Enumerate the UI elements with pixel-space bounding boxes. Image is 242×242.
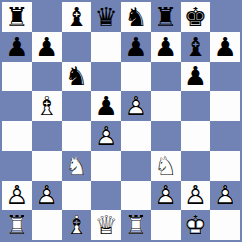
black-pawn-icon[interactable]: ♟: [211, 33, 239, 61]
square-g8[interactable]: ♚: [181, 2, 211, 32]
piece-glyph-layer: ♟: [3, 33, 31, 61]
white-pawn-icon[interactable]: ♟♙: [181, 181, 209, 209]
piece-glyph-layer: ♟: [122, 33, 150, 61]
square-d1[interactable]: ♛♕: [91, 210, 121, 240]
square-g6[interactable]: ♟: [181, 62, 211, 92]
white-pawn-icon[interactable]: ♟♙: [211, 181, 239, 209]
square-e3[interactable]: [121, 151, 151, 181]
square-c4[interactable]: [62, 121, 92, 151]
piece-glyph-layer: ♟: [211, 33, 239, 61]
piece-glyph-layer: ♞: [62, 62, 90, 90]
square-b2[interactable]: ♟♙: [32, 181, 62, 211]
white-rook-icon[interactable]: ♜♖: [122, 211, 150, 239]
chess-board: ♜♝♛♞♜♚♟♟♟♟♝♟♞♟♝♗♟♟♙♟♙♞♘♞♘♟♙♟♙♟♙♟♙♟♙♜♖♝♗♛…: [0, 0, 242, 242]
piece-glyph-layer: ♟: [181, 62, 209, 90]
square-a3[interactable]: [2, 151, 32, 181]
square-d2[interactable]: [91, 181, 121, 211]
square-b6[interactable]: [32, 62, 62, 92]
square-b7[interactable]: ♟: [32, 32, 62, 62]
square-e6[interactable]: [121, 62, 151, 92]
piece-glyph-layer: ♞: [122, 3, 150, 31]
square-e2[interactable]: [121, 181, 151, 211]
square-f1[interactable]: [151, 210, 181, 240]
square-a5[interactable]: [2, 91, 32, 121]
piece-glyph-layer: ♜: [3, 3, 31, 31]
black-pawn-icon[interactable]: ♟: [181, 62, 209, 90]
black-king-icon[interactable]: ♚: [181, 3, 209, 31]
piece-outline-layer: ♖: [122, 211, 150, 239]
black-bishop-icon[interactable]: ♝: [62, 3, 90, 31]
piece-glyph-layer: ♝: [181, 33, 209, 61]
square-a6[interactable]: [2, 62, 32, 92]
white-pawn-icon[interactable]: ♟♙: [152, 181, 180, 209]
piece-outline-layer: ♙: [152, 181, 180, 209]
square-g1[interactable]: ♚♔: [181, 210, 211, 240]
square-c2[interactable]: [62, 181, 92, 211]
square-a7[interactable]: ♟: [2, 32, 32, 62]
black-pawn-icon[interactable]: ♟: [3, 33, 31, 61]
square-e5[interactable]: ♟♙: [121, 91, 151, 121]
square-c8[interactable]: ♝: [62, 2, 92, 32]
square-g3[interactable]: [181, 151, 211, 181]
piece-outline-layer: ♙: [181, 181, 209, 209]
piece-outline-layer: ♘: [152, 152, 180, 180]
piece-outline-layer: ♙: [3, 181, 31, 209]
square-c6[interactable]: ♞: [62, 62, 92, 92]
square-f7[interactable]: ♟: [151, 32, 181, 62]
square-d7[interactable]: [91, 32, 121, 62]
piece-outline-layer: ♗: [33, 92, 61, 120]
square-f8[interactable]: ♜: [151, 2, 181, 32]
piece-glyph-layer: ♝: [62, 3, 90, 31]
square-b4[interactable]: [32, 121, 62, 151]
square-c5[interactable]: [62, 91, 92, 121]
white-pawn-icon[interactable]: ♟♙: [33, 181, 61, 209]
square-e8[interactable]: ♞: [121, 2, 151, 32]
piece-outline-layer: ♔: [181, 211, 209, 239]
piece-outline-layer: ♕: [92, 211, 120, 239]
piece-outline-layer: ♙: [211, 181, 239, 209]
black-pawn-icon[interactable]: ♟: [92, 92, 120, 120]
square-f3[interactable]: ♞♘: [151, 151, 181, 181]
square-d8[interactable]: ♛: [91, 2, 121, 32]
piece-glyph-layer: ♚: [181, 3, 209, 31]
square-d6[interactable]: [91, 62, 121, 92]
square-d5[interactable]: ♟: [91, 91, 121, 121]
square-h8[interactable]: [210, 2, 240, 32]
piece-outline-layer: ♙: [33, 181, 61, 209]
black-rook-icon[interactable]: ♜: [152, 3, 180, 31]
square-d4[interactable]: ♟♙: [91, 121, 121, 151]
piece-glyph-layer: ♛: [92, 3, 120, 31]
piece-glyph-layer: ♟: [152, 33, 180, 61]
square-a8[interactable]: ♜: [2, 2, 32, 32]
square-h4[interactable]: [210, 121, 240, 151]
square-c7[interactable]: [62, 32, 92, 62]
piece-glyph-layer: ♟: [92, 92, 120, 120]
white-rook-icon[interactable]: ♜♖: [3, 211, 31, 239]
white-bishop-icon[interactable]: ♝♗: [33, 92, 61, 120]
white-pawn-icon[interactable]: ♟♙: [92, 122, 120, 150]
black-queen-icon[interactable]: ♛: [92, 3, 120, 31]
piece-outline-layer: ♖: [3, 211, 31, 239]
black-bishop-icon[interactable]: ♝: [181, 33, 209, 61]
black-pawn-icon[interactable]: ♟: [152, 33, 180, 61]
square-h3[interactable]: [210, 151, 240, 181]
square-b3[interactable]: [32, 151, 62, 181]
square-f2[interactable]: ♟♙: [151, 181, 181, 211]
square-e7[interactable]: ♟: [121, 32, 151, 62]
square-b1[interactable]: [32, 210, 62, 240]
square-c1[interactable]: ♝♗: [62, 210, 92, 240]
square-a2[interactable]: ♟♙: [2, 181, 32, 211]
white-knight-icon[interactable]: ♞♘: [152, 152, 180, 180]
black-knight-icon[interactable]: ♞: [122, 3, 150, 31]
piece-outline-layer: ♙: [122, 92, 150, 120]
piece-outline-layer: ♙: [92, 122, 120, 150]
square-g7[interactable]: ♝: [181, 32, 211, 62]
square-e1[interactable]: ♜♖: [121, 210, 151, 240]
square-g5[interactable]: [181, 91, 211, 121]
square-e4[interactable]: [121, 121, 151, 151]
square-g2[interactable]: ♟♙: [181, 181, 211, 211]
square-h7[interactable]: ♟: [210, 32, 240, 62]
square-f4[interactable]: [151, 121, 181, 151]
square-d3[interactable]: [91, 151, 121, 181]
square-b5[interactable]: ♝♗: [32, 91, 62, 121]
black-pawn-icon[interactable]: ♟: [33, 33, 61, 61]
white-pawn-icon[interactable]: ♟♙: [3, 181, 31, 209]
square-h1[interactable]: [210, 210, 240, 240]
black-pawn-icon[interactable]: ♟: [122, 33, 150, 61]
square-a4[interactable]: [2, 121, 32, 151]
square-f6[interactable]: [151, 62, 181, 92]
white-queen-icon[interactable]: ♛♕: [92, 211, 120, 239]
piece-glyph-layer: ♜: [152, 3, 180, 31]
white-king-icon[interactable]: ♚♔: [181, 211, 209, 239]
square-g4[interactable]: [181, 121, 211, 151]
square-c3[interactable]: ♞♘: [62, 151, 92, 181]
piece-outline-layer: ♗: [62, 211, 90, 239]
square-h6[interactable]: [210, 62, 240, 92]
white-pawn-icon[interactable]: ♟♙: [122, 92, 150, 120]
square-b8[interactable]: [32, 2, 62, 32]
square-f5[interactable]: [151, 91, 181, 121]
piece-outline-layer: ♘: [62, 152, 90, 180]
white-knight-icon[interactable]: ♞♘: [62, 152, 90, 180]
black-knight-icon[interactable]: ♞: [62, 62, 90, 90]
square-h5[interactable]: [210, 91, 240, 121]
square-a1[interactable]: ♜♖: [2, 210, 32, 240]
square-h2[interactable]: ♟♙: [210, 181, 240, 211]
black-rook-icon[interactable]: ♜: [3, 3, 31, 31]
piece-glyph-layer: ♟: [33, 33, 61, 61]
white-bishop-icon[interactable]: ♝♗: [62, 211, 90, 239]
